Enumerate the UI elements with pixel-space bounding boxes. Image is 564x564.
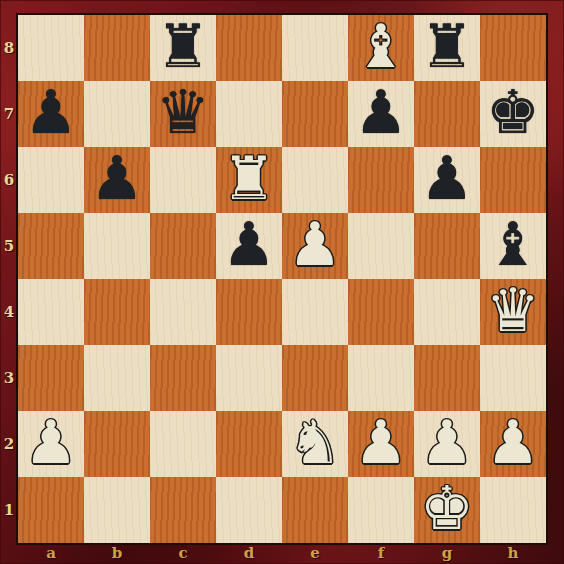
black-bishop-h5-piece[interactable]: ♝	[486, 211, 540, 277]
black-pawn-a7-piece[interactable]: ♟	[24, 79, 78, 145]
black-rook-c8-piece[interactable]: ♜	[156, 13, 210, 79]
square-g3[interactable]	[414, 345, 480, 411]
white-king-g1-piece[interactable]: ♚	[420, 475, 474, 541]
board-frame: 87654321 abcdefgh ♜♝♜♟♛♟♚♟♜♟♟♟♝♛♟♞♟♟♟♚	[0, 0, 564, 564]
square-f3[interactable]	[348, 345, 414, 411]
square-c4[interactable]	[150, 279, 216, 345]
black-king-h7-piece[interactable]: ♚	[486, 79, 540, 145]
rank-label-6: 6	[0, 147, 18, 213]
square-g2[interactable]: ♟	[414, 411, 480, 477]
file-label-e: e	[282, 542, 348, 564]
square-c7[interactable]: ♛	[150, 81, 216, 147]
square-d6[interactable]: ♜	[216, 147, 282, 213]
square-g6[interactable]: ♟	[414, 147, 480, 213]
square-a5[interactable]	[18, 213, 84, 279]
file-label-f: f	[348, 542, 414, 564]
square-f2[interactable]: ♟	[348, 411, 414, 477]
rank-label-8: 8	[0, 15, 18, 81]
square-a6[interactable]	[18, 147, 84, 213]
square-b5[interactable]	[84, 213, 150, 279]
white-pawn-g2-piece[interactable]: ♟	[420, 409, 474, 475]
black-pawn-f7-piece[interactable]: ♟	[354, 79, 408, 145]
square-e8[interactable]	[282, 15, 348, 81]
white-pawn-f2-piece[interactable]: ♟	[354, 409, 408, 475]
square-d8[interactable]	[216, 15, 282, 81]
square-h4[interactable]: ♛	[480, 279, 546, 345]
square-d4[interactable]	[216, 279, 282, 345]
white-pawn-h2-piece[interactable]: ♟	[486, 409, 540, 475]
square-f1[interactable]	[348, 477, 414, 543]
black-pawn-g6-piece[interactable]: ♟	[420, 145, 474, 211]
white-knight-e2-piece[interactable]: ♞	[288, 409, 342, 475]
square-e6[interactable]	[282, 147, 348, 213]
square-a4[interactable]	[18, 279, 84, 345]
square-b6[interactable]: ♟	[84, 147, 150, 213]
square-a8[interactable]	[18, 15, 84, 81]
square-e5[interactable]: ♟	[282, 213, 348, 279]
square-f5[interactable]	[348, 213, 414, 279]
square-c2[interactable]	[150, 411, 216, 477]
file-label-a: a	[18, 542, 84, 564]
white-bishop-f8-piece[interactable]: ♝	[354, 13, 408, 79]
rank-label-7: 7	[0, 81, 18, 147]
square-h3[interactable]	[480, 345, 546, 411]
square-b8[interactable]	[84, 15, 150, 81]
square-f7[interactable]: ♟	[348, 81, 414, 147]
square-g7[interactable]	[414, 81, 480, 147]
square-h1[interactable]	[480, 477, 546, 543]
square-g4[interactable]	[414, 279, 480, 345]
white-pawn-e5-piece[interactable]: ♟	[288, 211, 342, 277]
square-e1[interactable]	[282, 477, 348, 543]
rank-label-5: 5	[0, 213, 18, 279]
square-f8[interactable]: ♝	[348, 15, 414, 81]
square-h2[interactable]: ♟	[480, 411, 546, 477]
square-d1[interactable]	[216, 477, 282, 543]
file-label-d: d	[216, 542, 282, 564]
square-h7[interactable]: ♚	[480, 81, 546, 147]
rank-label-2: 2	[0, 411, 18, 477]
square-h6[interactable]	[480, 147, 546, 213]
square-e7[interactable]	[282, 81, 348, 147]
square-a3[interactable]	[18, 345, 84, 411]
square-b4[interactable]	[84, 279, 150, 345]
white-queen-h4-piece[interactable]: ♛	[486, 277, 540, 343]
square-e3[interactable]	[282, 345, 348, 411]
square-b3[interactable]	[84, 345, 150, 411]
square-c8[interactable]: ♜	[150, 15, 216, 81]
file-label-c: c	[150, 542, 216, 564]
white-pawn-a2-piece[interactable]: ♟	[24, 409, 78, 475]
file-label-g: g	[414, 542, 480, 564]
square-d7[interactable]	[216, 81, 282, 147]
chess-board: ♜♝♜♟♛♟♚♟♜♟♟♟♝♛♟♞♟♟♟♚	[18, 15, 546, 543]
black-pawn-b6-piece[interactable]: ♟	[90, 145, 144, 211]
square-b2[interactable]	[84, 411, 150, 477]
square-a2[interactable]: ♟	[18, 411, 84, 477]
square-f4[interactable]	[348, 279, 414, 345]
square-d3[interactable]	[216, 345, 282, 411]
black-pawn-d5-piece[interactable]: ♟	[222, 211, 276, 277]
square-h8[interactable]	[480, 15, 546, 81]
square-g5[interactable]	[414, 213, 480, 279]
square-b1[interactable]	[84, 477, 150, 543]
square-e4[interactable]	[282, 279, 348, 345]
square-f6[interactable]	[348, 147, 414, 213]
white-rook-d6-piece[interactable]: ♜	[222, 145, 276, 211]
square-d5[interactable]: ♟	[216, 213, 282, 279]
square-a1[interactable]	[18, 477, 84, 543]
file-label-h: h	[480, 542, 546, 564]
square-b7[interactable]	[84, 81, 150, 147]
square-e2[interactable]: ♞	[282, 411, 348, 477]
square-h5[interactable]: ♝	[480, 213, 546, 279]
rank-label-3: 3	[0, 345, 18, 411]
square-c3[interactable]	[150, 345, 216, 411]
square-g8[interactable]: ♜	[414, 15, 480, 81]
square-c1[interactable]	[150, 477, 216, 543]
square-c5[interactable]	[150, 213, 216, 279]
rank-label-1: 1	[0, 477, 18, 543]
square-c6[interactable]	[150, 147, 216, 213]
square-a7[interactable]: ♟	[18, 81, 84, 147]
black-queen-c7-piece[interactable]: ♛	[156, 79, 210, 145]
file-label-b: b	[84, 542, 150, 564]
square-g1[interactable]: ♚	[414, 477, 480, 543]
black-rook-g8-piece[interactable]: ♜	[420, 13, 474, 79]
square-d2[interactable]	[216, 411, 282, 477]
rank-label-4: 4	[0, 279, 18, 345]
